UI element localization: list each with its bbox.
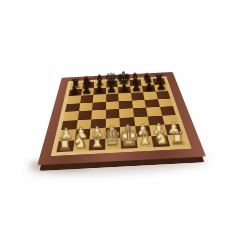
chess-board-scene: ♜♞♝♛♚♝♞♜♟♟♟♟♟♟♟♟♟♟♟♟♟♟♟♟♜♞♝♛♚♝♞♜ [49, 39, 190, 180]
square-h7: ♟ [154, 84, 168, 91]
square-h1: ♜ [167, 134, 186, 146]
board-grid: ♜♞♝♛♚♝♞♜♟♟♟♟♟♟♟♟♟♟♟♟♟♟♟♟♜♞♝♛♚♝♞♜ [56, 78, 185, 152]
piece-black-pawn: ♟ [148, 79, 174, 92]
piece-white-rook: ♜ [160, 128, 194, 147]
product-photo-stage: ♜♞♝♛♚♝♞♜♟♟♟♟♟♟♟♟♟♟♟♟♟♟♟♟♜♞♝♛♚♝♞♜ [0, 0, 235, 235]
square-d5 [106, 101, 119, 110]
chess-board: ♜♞♝♛♚♝♞♜♟♟♟♟♟♟♟♟♟♟♟♟♟♟♟♟♜♞♝♛♚♝♞♜ [37, 72, 206, 165]
perspective-container: ♜♞♝♛♚♝♞♜♟♟♟♟♟♟♟♟♟♟♟♟♟♟♟♟♜♞♝♛♚♝♞♜ [49, 39, 190, 180]
square-a5 [65, 103, 80, 112]
square-g5 [144, 99, 159, 108]
square-f5 [132, 100, 146, 109]
square-e5 [119, 100, 133, 109]
